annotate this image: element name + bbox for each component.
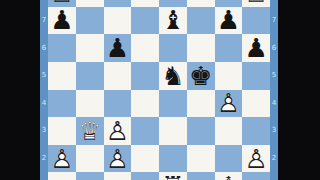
square-a2[interactable]: ♟♙ bbox=[48, 145, 76, 173]
square-b1[interactable] bbox=[76, 172, 104, 180]
piece-black-knight: ♞ bbox=[159, 62, 187, 90]
square-a8[interactable]: ♜ bbox=[48, 0, 76, 7]
piece-white-pawn-fill: ♟ bbox=[242, 145, 270, 173]
square-c4[interactable] bbox=[104, 90, 132, 118]
square-f2[interactable] bbox=[187, 145, 215, 173]
piece-black-bishop: ♝ bbox=[159, 7, 187, 35]
square-c7[interactable] bbox=[104, 7, 132, 35]
rank-label-6: 6 bbox=[270, 34, 278, 62]
square-e2[interactable] bbox=[159, 145, 187, 173]
square-g2[interactable] bbox=[215, 145, 243, 173]
piece-black-pawn: ♟ bbox=[242, 34, 270, 62]
square-c8[interactable] bbox=[104, 0, 132, 7]
rank-label-5: 5 bbox=[270, 62, 278, 90]
square-g3[interactable] bbox=[215, 117, 243, 145]
square-a7[interactable]: ♟ bbox=[48, 7, 76, 35]
square-g5[interactable] bbox=[215, 62, 243, 90]
chess-board-area: 87654321 ♜♜♟♝♟♟♟♞♚♟♙♛♕♟♙♟♙♟♙♟♙♜♖♚♔ 87654… bbox=[40, 0, 278, 180]
square-d5[interactable] bbox=[131, 62, 159, 90]
square-a4[interactable] bbox=[48, 90, 76, 118]
square-f5[interactable]: ♚ bbox=[187, 62, 215, 90]
right-rank-labels: 87654321 bbox=[270, 0, 278, 180]
square-d8[interactable] bbox=[131, 0, 159, 7]
piece-white-pawn-fill: ♟ bbox=[104, 117, 132, 145]
square-c6[interactable]: ♟ bbox=[104, 34, 132, 62]
thumbnail-canvas: 87654321 ♜♜♟♝♟♟♟♞♚♟♙♛♕♟♙♟♙♟♙♟♙♜♖♚♔ 87654… bbox=[0, 0, 320, 180]
piece-white-king: ♔ bbox=[215, 172, 243, 180]
square-c3[interactable]: ♟♙ bbox=[104, 117, 132, 145]
piece-white-pawn: ♙ bbox=[215, 90, 243, 118]
piece-black-rook: ♜ bbox=[48, 0, 76, 7]
square-h1[interactable] bbox=[242, 172, 270, 180]
square-d3[interactable] bbox=[131, 117, 159, 145]
piece-white-pawn: ♙ bbox=[104, 145, 132, 173]
piece-black-pawn: ♟ bbox=[215, 7, 243, 35]
piece-white-pawn-fill: ♟ bbox=[104, 145, 132, 173]
square-f3[interactable] bbox=[187, 117, 215, 145]
square-b5[interactable] bbox=[76, 62, 104, 90]
chess-board: ♜♜♟♝♟♟♟♞♚♟♙♛♕♟♙♟♙♟♙♟♙♜♖♚♔ bbox=[48, 0, 270, 180]
rank-label-3: 3 bbox=[40, 117, 48, 145]
square-d1[interactable] bbox=[131, 172, 159, 180]
piece-white-queen: ♕ bbox=[76, 117, 104, 145]
piece-white-pawn-fill: ♟ bbox=[48, 145, 76, 173]
piece-white-rook: ♖ bbox=[159, 172, 187, 180]
piece-black-pawn: ♟ bbox=[48, 7, 76, 35]
rank-label-2: 2 bbox=[40, 145, 48, 173]
square-f1[interactable] bbox=[187, 172, 215, 180]
square-a3[interactable] bbox=[48, 117, 76, 145]
square-g8[interactable] bbox=[215, 0, 243, 7]
piece-white-rook-fill: ♜ bbox=[159, 172, 187, 180]
square-f8[interactable] bbox=[187, 0, 215, 7]
rank-label-1: 1 bbox=[40, 172, 48, 180]
square-b2[interactable] bbox=[76, 145, 104, 173]
square-c1[interactable] bbox=[104, 172, 132, 180]
square-b6[interactable] bbox=[76, 34, 104, 62]
rank-label-7: 7 bbox=[40, 7, 48, 35]
piece-black-rook: ♜ bbox=[242, 0, 270, 7]
rank-label-8: 8 bbox=[40, 0, 48, 7]
square-e8[interactable] bbox=[159, 0, 187, 7]
square-h2[interactable]: ♟♙ bbox=[242, 145, 270, 173]
square-h4[interactable] bbox=[242, 90, 270, 118]
piece-white-pawn: ♙ bbox=[104, 117, 132, 145]
rank-label-2: 2 bbox=[270, 145, 278, 173]
square-g4[interactable]: ♟♙ bbox=[215, 90, 243, 118]
square-d7[interactable] bbox=[131, 7, 159, 35]
square-b7[interactable] bbox=[76, 7, 104, 35]
square-a6[interactable] bbox=[48, 34, 76, 62]
left-rank-labels: 87654321 bbox=[40, 0, 48, 180]
square-b8[interactable] bbox=[76, 0, 104, 7]
square-e1[interactable]: ♜♖ bbox=[159, 172, 187, 180]
rank-label-8: 8 bbox=[270, 0, 278, 7]
square-a5[interactable] bbox=[48, 62, 76, 90]
square-g6[interactable] bbox=[215, 34, 243, 62]
square-c5[interactable] bbox=[104, 62, 132, 90]
rank-label-4: 4 bbox=[40, 90, 48, 118]
piece-white-king-fill: ♚ bbox=[215, 172, 243, 180]
rank-label-5: 5 bbox=[40, 62, 48, 90]
square-d6[interactable] bbox=[131, 34, 159, 62]
square-e3[interactable] bbox=[159, 117, 187, 145]
square-b3[interactable]: ♛♕ bbox=[76, 117, 104, 145]
rank-label-7: 7 bbox=[270, 7, 278, 35]
square-g7[interactable]: ♟ bbox=[215, 7, 243, 35]
piece-white-pawn-fill: ♟ bbox=[215, 90, 243, 118]
rank-label-3: 3 bbox=[270, 117, 278, 145]
square-e7[interactable]: ♝ bbox=[159, 7, 187, 35]
piece-black-king: ♚ bbox=[187, 62, 215, 90]
piece-black-pawn: ♟ bbox=[104, 34, 132, 62]
piece-white-pawn: ♙ bbox=[48, 145, 76, 173]
square-h3[interactable] bbox=[242, 117, 270, 145]
square-f7[interactable] bbox=[187, 7, 215, 35]
square-e6[interactable] bbox=[159, 34, 187, 62]
square-h8[interactable]: ♜ bbox=[242, 0, 270, 7]
square-b4[interactable] bbox=[76, 90, 104, 118]
rank-label-1: 1 bbox=[270, 172, 278, 180]
square-a1[interactable] bbox=[48, 172, 76, 180]
square-f4[interactable] bbox=[187, 90, 215, 118]
piece-white-queen-fill: ♛ bbox=[76, 117, 104, 145]
square-d4[interactable] bbox=[131, 90, 159, 118]
square-e4[interactable] bbox=[159, 90, 187, 118]
square-h5[interactable] bbox=[242, 62, 270, 90]
square-d2[interactable] bbox=[131, 145, 159, 173]
rank-label-6: 6 bbox=[40, 34, 48, 62]
square-h6[interactable]: ♟ bbox=[242, 34, 270, 62]
square-h7[interactable] bbox=[242, 7, 270, 35]
square-g1[interactable]: ♚♔ bbox=[215, 172, 243, 180]
piece-white-pawn: ♙ bbox=[242, 145, 270, 173]
square-e5[interactable]: ♞ bbox=[159, 62, 187, 90]
square-f6[interactable] bbox=[187, 34, 215, 62]
rank-label-4: 4 bbox=[270, 90, 278, 118]
square-c2[interactable]: ♟♙ bbox=[104, 145, 132, 173]
